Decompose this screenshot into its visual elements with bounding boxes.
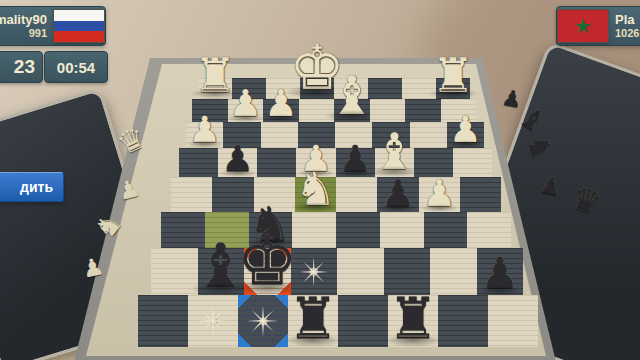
white-bishop-c4[interactable]: ♝ (372, 127, 417, 177)
square-f8[interactable] (238, 295, 288, 347)
square-h3[interactable]: ♟ (186, 122, 223, 148)
game-screen: ♜♚♜♟♟♝♟♟♟♟♟♝♞♟♟♞♝♚♟♜♜ ♛♟♞♟♟♝♞♟♛♟ mality9… (0, 0, 640, 360)
square-d5[interactable] (336, 177, 377, 212)
square-f3[interactable] (261, 122, 298, 148)
square-h1[interactable]: ♜ (198, 78, 232, 99)
square-c2[interactable] (370, 99, 406, 122)
white-rook-a1[interactable]: ♜ (431, 51, 474, 99)
square-a1[interactable]: ♜ (436, 78, 470, 99)
player-rating-black: 1026 (615, 27, 639, 39)
black-pawn-a7[interactable]: ♟ (480, 252, 519, 295)
square-f4[interactable] (257, 148, 296, 177)
square-e5[interactable]: ♞ (295, 177, 336, 212)
white-pawn-g2[interactable]: ♟ (229, 85, 262, 122)
square-e6[interactable] (292, 212, 336, 248)
black-pawn-d4[interactable]: ♟ (339, 141, 371, 177)
square-h4[interactable] (179, 148, 218, 177)
square-e8[interactable]: ♜ (288, 295, 338, 347)
white-pawn-h3[interactable]: ♟ (188, 112, 220, 148)
square-c5[interactable]: ♟ (377, 177, 418, 212)
white-bishop-d2[interactable]: ♝ (328, 69, 376, 122)
square-a5[interactable] (460, 177, 501, 212)
square-d7[interactable] (337, 248, 384, 295)
square-a8[interactable] (488, 295, 538, 347)
square-a4[interactable] (453, 148, 492, 177)
square-g2[interactable]: ♟ (228, 99, 264, 122)
square-g4[interactable]: ♟ (218, 148, 257, 177)
square-b6[interactable] (424, 212, 468, 248)
board-rank-5: ♞♟♟ (171, 177, 501, 212)
square-g5[interactable] (212, 177, 253, 212)
legal-move-star-icon (299, 257, 328, 286)
square-a7[interactable]: ♟ (477, 248, 524, 295)
black-pawn-g4[interactable]: ♟ (222, 141, 254, 177)
confirm-move-button[interactable]: дить (0, 172, 64, 202)
player-name-black: Pla (615, 13, 639, 27)
player-rating-white: 991 (0, 27, 47, 39)
black-rook-c8[interactable]: ♜ (387, 290, 438, 347)
legal-move-star-icon (198, 306, 229, 337)
square-h5[interactable] (171, 177, 212, 212)
square-b8[interactable] (438, 295, 488, 347)
square-d2[interactable]: ♝ (334, 99, 370, 122)
white-pawn-b5[interactable]: ♟ (423, 175, 456, 212)
russia-flag-icon (53, 9, 105, 43)
player-panel-white: mality90 991 (0, 6, 106, 46)
square-c8[interactable]: ♜ (388, 295, 438, 347)
white-pawn-a3[interactable]: ♟ (449, 112, 481, 148)
square-b5[interactable]: ♟ (419, 177, 460, 212)
player-name-white: mality90 (0, 13, 47, 27)
captured-black-pawn: ♟ (500, 86, 523, 111)
square-a3[interactable]: ♟ (447, 122, 484, 148)
black-pawn-c5[interactable]: ♟ (381, 175, 414, 212)
square-d6[interactable] (336, 212, 380, 248)
white-knight-e5[interactable]: ♞ (295, 166, 336, 212)
square-h8[interactable] (138, 295, 188, 347)
morocco-star-icon: ★ (574, 16, 592, 36)
player-panel-black: ★ Pla 1026 (556, 6, 640, 46)
square-c6[interactable] (380, 212, 424, 248)
square-g8[interactable] (188, 295, 238, 347)
move-timer: 23 (0, 51, 43, 83)
square-f2[interactable]: ♟ (263, 99, 299, 122)
game-clock: 00:54 (44, 51, 108, 83)
morocco-flag-icon: ★ (557, 9, 609, 43)
square-a6[interactable] (467, 212, 511, 248)
white-pawn-f2[interactable]: ♟ (264, 85, 297, 122)
square-f7[interactable]: ♚ (244, 248, 291, 295)
board-rank-2: ♟♟♝ (192, 99, 476, 122)
square-b2[interactable] (405, 99, 441, 122)
black-rook-e8[interactable]: ♜ (287, 290, 338, 347)
captured-white-pawn: ♟ (80, 254, 106, 282)
square-d8[interactable] (338, 295, 388, 347)
legal-move-star-icon (248, 306, 279, 337)
board-rank-8: ♜♜ (138, 295, 538, 347)
